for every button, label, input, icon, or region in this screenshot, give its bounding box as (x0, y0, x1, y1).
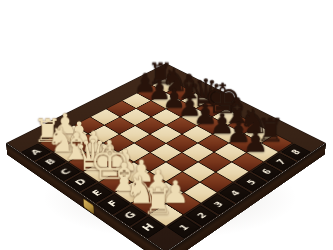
rank-label-4-text: 4 (228, 189, 242, 198)
square-f6 (198, 134, 228, 151)
file-label-e-text: E (89, 188, 104, 198)
white-rook: ♜ (30, 115, 64, 147)
black-rook: ♜ (253, 115, 287, 147)
file-label-h-text: H (139, 222, 157, 234)
rank-label-2-text: 2 (194, 211, 208, 220)
file-label-b-text: B (43, 157, 58, 166)
file-label-a-text: A (28, 148, 43, 157)
black-rook: ♜ (144, 60, 175, 89)
rank-label-5-text: 5 (244, 178, 258, 186)
rank-label-1-text: 1 (176, 223, 191, 233)
file-label-g-text: G (122, 210, 139, 221)
chess-set-photo: ♜♞♝♛♚♝♞♜♟♟♟♟♟♟♟♟♟♟♟♟♟♟♟♟♜♞♝♛♚♝♞♜ ABCDEFG… (0, 0, 333, 250)
rank-label-7-text: 7 (275, 158, 288, 166)
white-pawn: ♟ (48, 110, 82, 138)
file-label-d-text: D (73, 177, 89, 187)
square-b3 (89, 126, 119, 143)
file-label-c-text: C (58, 167, 73, 176)
rank-label-6-text: 6 (260, 168, 274, 176)
rank-label-3-text: 3 (211, 200, 225, 209)
rank-label-8-text: 8 (289, 148, 302, 156)
file-label-f-text: F (106, 199, 122, 209)
